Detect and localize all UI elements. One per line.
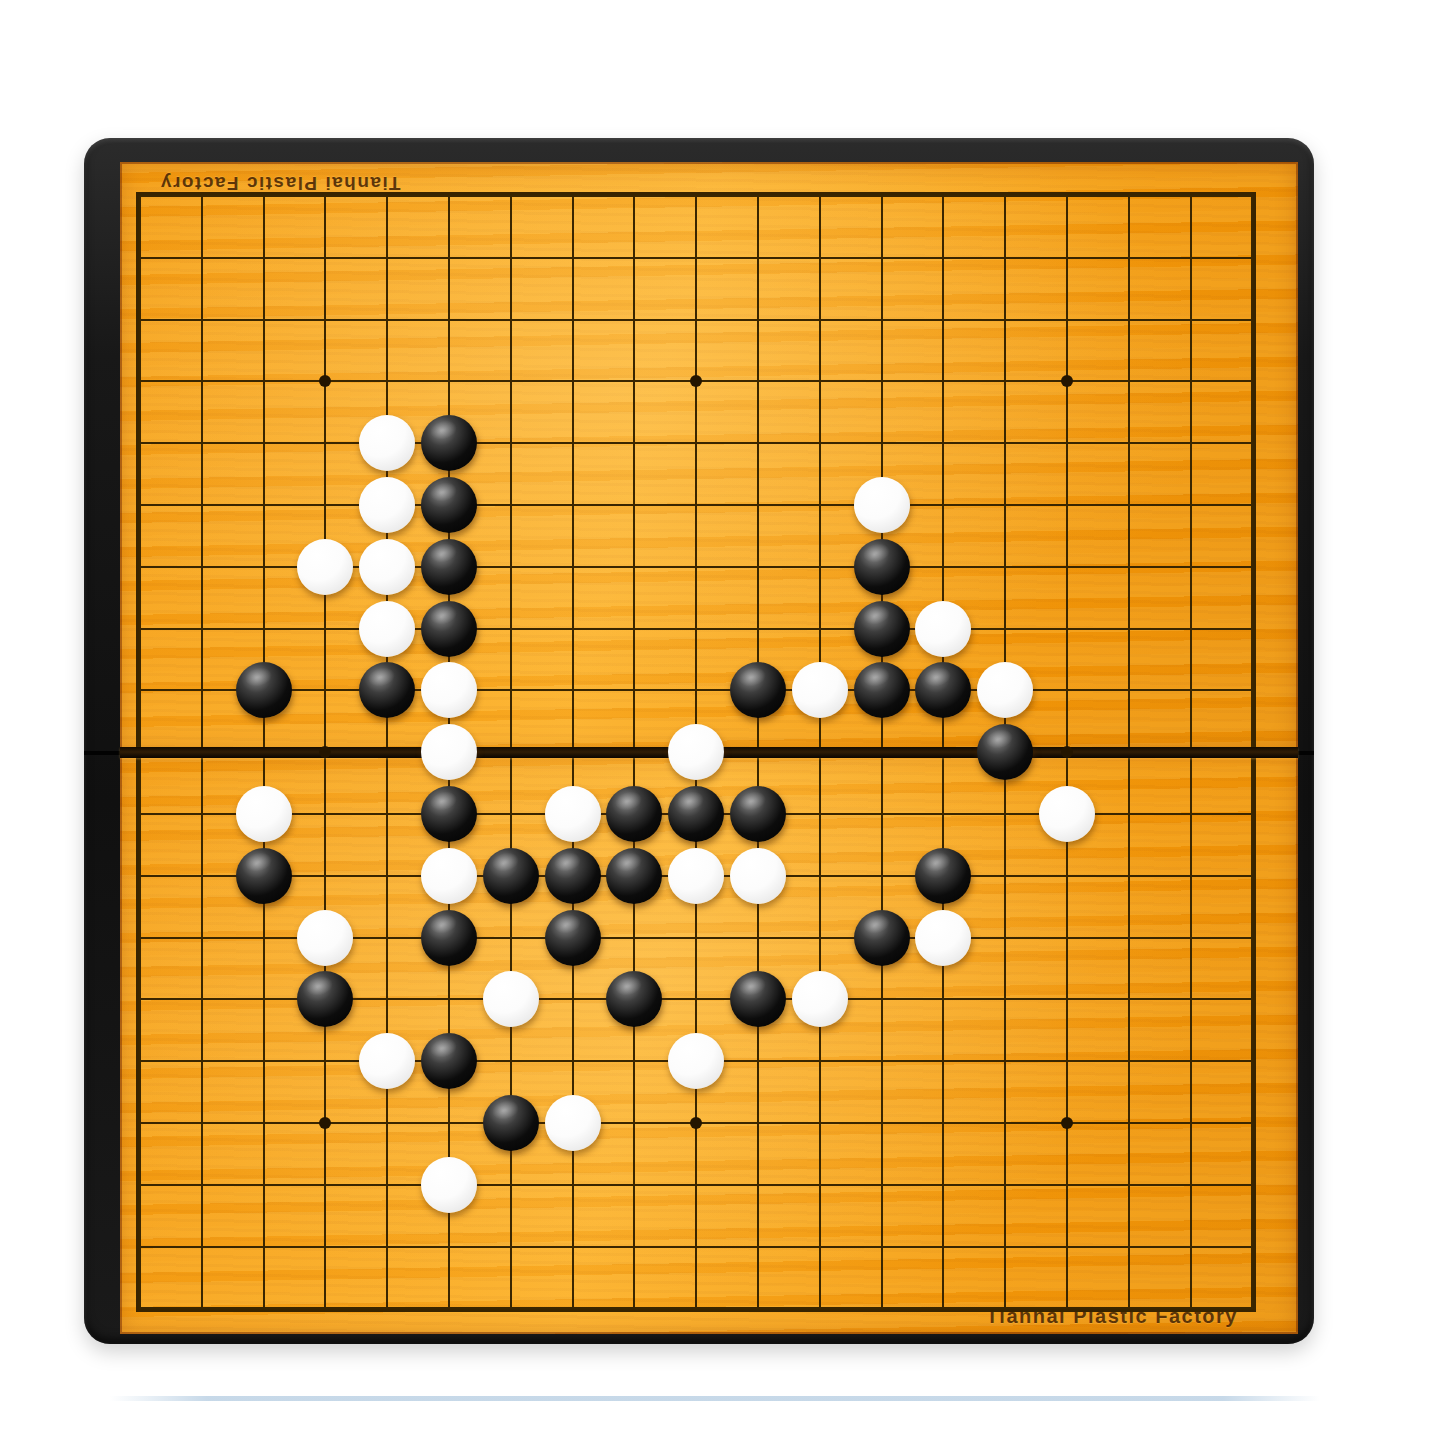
white-stone[interactable] xyxy=(854,477,910,533)
white-stone[interactable] xyxy=(421,662,477,718)
white-stone[interactable] xyxy=(359,1033,415,1089)
white-stone[interactable] xyxy=(915,910,971,966)
white-stone[interactable] xyxy=(915,601,971,657)
black-stone[interactable] xyxy=(483,848,539,904)
black-stone[interactable] xyxy=(421,910,477,966)
black-stone[interactable] xyxy=(236,662,292,718)
hoshi-star-point xyxy=(1061,1117,1073,1129)
black-stone[interactable] xyxy=(915,848,971,904)
black-stone[interactable] xyxy=(977,724,1033,780)
white-stone[interactable] xyxy=(421,1157,477,1213)
white-stone[interactable] xyxy=(359,415,415,471)
white-stone[interactable] xyxy=(483,971,539,1027)
black-stone[interactable] xyxy=(668,786,724,842)
black-stone[interactable] xyxy=(606,848,662,904)
white-stone[interactable] xyxy=(297,910,353,966)
black-stone[interactable] xyxy=(421,415,477,471)
floor-reflection xyxy=(110,1396,1320,1401)
white-stone[interactable] xyxy=(792,971,848,1027)
white-stone[interactable] xyxy=(359,601,415,657)
black-stone[interactable] xyxy=(606,786,662,842)
white-stone[interactable] xyxy=(421,848,477,904)
black-stone[interactable] xyxy=(854,539,910,595)
white-stone[interactable] xyxy=(421,724,477,780)
black-stone[interactable] xyxy=(421,786,477,842)
black-stone[interactable] xyxy=(730,786,786,842)
white-stone[interactable] xyxy=(668,724,724,780)
white-stone[interactable] xyxy=(545,1095,601,1151)
black-stone[interactable] xyxy=(421,477,477,533)
black-stone[interactable] xyxy=(545,848,601,904)
white-stone[interactable] xyxy=(668,848,724,904)
white-stone[interactable] xyxy=(297,539,353,595)
black-stone[interactable] xyxy=(730,662,786,718)
black-stone[interactable] xyxy=(854,601,910,657)
black-stone[interactable] xyxy=(421,601,477,657)
black-stone[interactable] xyxy=(854,662,910,718)
white-stone[interactable] xyxy=(359,477,415,533)
black-stone[interactable] xyxy=(730,971,786,1027)
white-stone[interactable] xyxy=(236,786,292,842)
white-stone[interactable] xyxy=(545,786,601,842)
black-stone[interactable] xyxy=(421,1033,477,1089)
brand-text-top: Tianhai Plastic Factory xyxy=(152,172,408,194)
black-stone[interactable] xyxy=(854,910,910,966)
white-stone[interactable] xyxy=(730,848,786,904)
black-stone[interactable] xyxy=(545,910,601,966)
white-stone[interactable] xyxy=(359,539,415,595)
photo-background: Tianhai Plastic Factory Tianhai Plastic … xyxy=(0,0,1445,1445)
white-stone[interactable] xyxy=(668,1033,724,1089)
black-stone[interactable] xyxy=(421,539,477,595)
white-stone[interactable] xyxy=(1039,786,1095,842)
white-stone[interactable] xyxy=(792,662,848,718)
black-stone[interactable] xyxy=(236,848,292,904)
black-stone[interactable] xyxy=(483,1095,539,1151)
